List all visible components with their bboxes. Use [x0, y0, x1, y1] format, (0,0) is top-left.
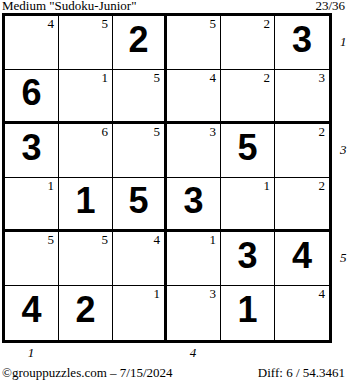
- corner-mark: 4: [210, 70, 217, 85]
- given-digit: 1: [237, 292, 257, 328]
- cell-r3c5[interactable]: 5: [221, 124, 275, 178]
- corner-mark: 1: [102, 70, 109, 85]
- progress-counter: 23/36: [315, 0, 345, 13]
- cell-r4c5[interactable]: 1: [221, 178, 275, 232]
- cell-r2c5[interactable]: 2: [221, 70, 275, 124]
- cell-r4c3[interactable]: 5: [113, 178, 167, 232]
- given-digit: 3: [183, 183, 203, 219]
- corner-mark: 2: [319, 178, 326, 193]
- row-label-3: 3: [340, 142, 347, 158]
- corner-mark: 2: [264, 70, 271, 85]
- cell-r6c4[interactable]: 3: [167, 286, 221, 340]
- given-digit: 5: [237, 130, 257, 166]
- corner-mark: 5: [102, 232, 109, 247]
- given-digit: 2: [128, 22, 148, 58]
- cell-r4c1[interactable]: 1: [5, 178, 59, 232]
- row-label-1: 1: [340, 34, 347, 50]
- given-digit: 5: [128, 183, 148, 219]
- cell-r6c5[interactable]: 1: [221, 286, 275, 340]
- corner-mark: 1: [48, 178, 55, 193]
- corner-mark: 5: [154, 70, 161, 85]
- cell-r1c4[interactable]: 5: [167, 16, 221, 70]
- cell-r5c3[interactable]: 4: [113, 232, 167, 286]
- corner-mark: 4: [154, 232, 161, 247]
- given-digit: 3: [21, 130, 41, 166]
- cell-r4c4[interactable]: 3: [167, 178, 221, 232]
- corner-mark: 3: [319, 70, 326, 85]
- cell-r3c6[interactable]: 2: [275, 124, 329, 178]
- corner-mark: 1: [154, 286, 161, 301]
- cell-r5c6[interactable]: 4: [275, 232, 329, 286]
- cell-r4c2[interactable]: 1: [59, 178, 113, 232]
- puzzle-page: Medium "Sudoku-Junior" 23/36 45252361542…: [0, 0, 347, 381]
- cell-r2c6[interactable]: 3: [275, 70, 329, 124]
- corner-mark: 4: [48, 16, 55, 31]
- cell-r1c2[interactable]: 5: [59, 16, 113, 70]
- cell-r1c5[interactable]: 2: [221, 16, 275, 70]
- corner-mark: 3: [210, 286, 217, 301]
- cell-r5c2[interactable]: 5: [59, 232, 113, 286]
- col-label-1: 1: [28, 345, 35, 361]
- corner-mark: 1: [210, 232, 217, 247]
- cell-r6c6[interactable]: 4: [275, 286, 329, 340]
- corner-mark: 1: [264, 178, 271, 193]
- corner-mark: 3: [210, 124, 217, 139]
- given-digit: 3: [292, 22, 312, 58]
- difficulty-text: Diff: 6 / 54.3461: [258, 365, 345, 380]
- cell-r5c5[interactable]: 3: [221, 232, 275, 286]
- row-label-5: 5: [340, 250, 347, 266]
- cell-r1c3[interactable]: 2: [113, 16, 167, 70]
- cell-r5c1[interactable]: 5: [5, 232, 59, 286]
- corner-mark: 6: [102, 124, 109, 139]
- given-digit: 2: [75, 292, 95, 328]
- cell-r5c4[interactable]: 1: [167, 232, 221, 286]
- page-title: Medium "Sudoku-Junior": [2, 0, 136, 13]
- copyright-text: ©grouppuzzles.com – 7/15/2024: [2, 365, 173, 380]
- cell-r2c2[interactable]: 1: [59, 70, 113, 124]
- sudoku-grid: 452523615423365352115312554134421314: [2, 13, 332, 343]
- corner-mark: 4: [319, 286, 326, 301]
- given-digit: 4: [21, 292, 41, 328]
- given-digit: 4: [292, 238, 312, 274]
- cell-r6c2[interactable]: 2: [59, 286, 113, 340]
- corner-mark: 2: [264, 16, 271, 31]
- footer: ©grouppuzzles.com – 7/15/2024 Diff: 6 / …: [2, 365, 345, 380]
- cell-r3c2[interactable]: 6: [59, 124, 113, 178]
- corner-mark: 5: [154, 124, 161, 139]
- cell-r2c1[interactable]: 6: [5, 70, 59, 124]
- given-digit: 6: [21, 75, 41, 111]
- cell-r4c6[interactable]: 2: [275, 178, 329, 232]
- cell-r1c1[interactable]: 4: [5, 16, 59, 70]
- given-digit: 3: [237, 238, 257, 274]
- header: Medium "Sudoku-Junior" 23/36: [2, 0, 345, 13]
- corner-mark: 5: [210, 16, 217, 31]
- col-label-4: 4: [190, 345, 197, 361]
- board-area: 452523615423365352115312554134421314 135…: [2, 13, 347, 361]
- cell-r2c3[interactable]: 5: [113, 70, 167, 124]
- given-digit: 1: [75, 183, 95, 219]
- cell-r3c3[interactable]: 5: [113, 124, 167, 178]
- cell-r3c4[interactable]: 3: [167, 124, 221, 178]
- cell-r6c3[interactable]: 1: [113, 286, 167, 340]
- cell-r6c1[interactable]: 4: [5, 286, 59, 340]
- corner-mark: 5: [102, 16, 109, 31]
- cell-r1c6[interactable]: 3: [275, 16, 329, 70]
- corner-mark: 2: [319, 124, 326, 139]
- cell-r3c1[interactable]: 3: [5, 124, 59, 178]
- cell-r2c4[interactable]: 4: [167, 70, 221, 124]
- corner-mark: 5: [48, 232, 55, 247]
